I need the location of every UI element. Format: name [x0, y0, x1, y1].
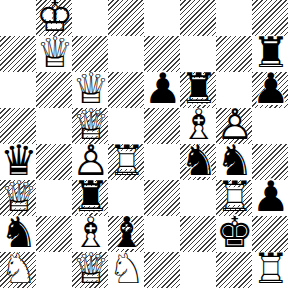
piece-black-pawn: ♟♟: [144, 72, 180, 108]
square-b3[interactable]: [36, 180, 72, 216]
piece-white-bishop: ♝♗: [180, 108, 216, 144]
square-g4[interactable]: ♞♞: [216, 144, 252, 180]
piece-fill-backing: ♞: [214, 141, 257, 182]
piece-white-rook: ♜♖: [252, 252, 288, 288]
white-knight-icon: ♘: [0, 251, 38, 287]
square-h5[interactable]: [252, 108, 288, 144]
black-knight-icon: ♞: [216, 143, 254, 179]
square-a3[interactable]: ♛♕: [0, 180, 36, 216]
white-queen-icon: ♕: [72, 107, 110, 143]
piece-fill-backing: ♜: [252, 251, 288, 287]
piece-fill-backing: ♛: [72, 107, 110, 143]
piece-fill-backing: ♜: [178, 69, 221, 110]
square-f7[interactable]: [180, 36, 216, 72]
square-d5[interactable]: [108, 108, 144, 144]
piece-fill-backing: ♚: [214, 213, 257, 254]
square-f5[interactable]: ♝♗: [180, 108, 216, 144]
piece-fill-backing: ♜: [250, 33, 288, 74]
square-c7[interactable]: [72, 36, 108, 72]
square-b7[interactable]: ♛♕: [36, 36, 72, 72]
piece-white-king: ♚♔: [36, 0, 72, 36]
square-g8[interactable]: [216, 0, 252, 36]
square-a7[interactable]: [0, 36, 36, 72]
piece-black-rook: ♜♜: [72, 180, 108, 216]
square-c1[interactable]: ♛♕: [72, 252, 108, 288]
piece-fill-backing: ♞: [0, 213, 40, 254]
square-e1[interactable]: [144, 252, 180, 288]
square-g2[interactable]: ♚♚: [216, 216, 252, 252]
piece-black-queen: ♛♛: [0, 144, 36, 180]
square-b4[interactable]: [36, 144, 72, 180]
piece-white-queen: ♛♕: [72, 72, 108, 108]
piece-fill-backing: ♛: [72, 71, 110, 107]
piece-fill-backing: ♝: [180, 107, 218, 143]
square-c2[interactable]: ♝♗: [72, 216, 108, 252]
piece-fill-backing: ♜: [216, 179, 254, 215]
square-a8[interactable]: [0, 0, 36, 36]
piece-fill-backing: ♝: [106, 213, 149, 254]
piece-white-knight: ♞♘: [0, 252, 36, 288]
piece-white-bishop: ♝♗: [72, 216, 108, 252]
square-a1[interactable]: ♞♘: [0, 252, 36, 288]
black-pawn-icon: ♟: [144, 71, 182, 107]
white-rook-icon: ♖: [108, 143, 146, 179]
piece-black-pawn: ♟♟: [252, 180, 288, 216]
piece-white-rook: ♜♖: [108, 144, 144, 180]
piece-fill-backing: ♝: [72, 215, 110, 251]
white-king-icon: ♔: [36, 0, 74, 35]
square-g1[interactable]: [216, 252, 252, 288]
piece-fill-backing: ♞: [178, 141, 221, 182]
square-e6[interactable]: ♟♟: [144, 72, 180, 108]
piece-fill-backing: ♛: [0, 179, 38, 215]
piece-fill-backing: ♛: [0, 141, 40, 182]
piece-black-knight: ♞♞: [216, 144, 252, 180]
black-pawn-icon: ♟: [252, 71, 288, 107]
square-e7[interactable]: [144, 36, 180, 72]
black-rook-icon: ♜: [252, 35, 288, 71]
piece-white-queen: ♛♕: [36, 36, 72, 72]
square-c8[interactable]: [72, 0, 108, 36]
piece-black-knight: ♞♞: [0, 216, 36, 252]
square-b1[interactable]: [36, 252, 72, 288]
piece-black-knight: ♞♞: [180, 144, 216, 180]
piece-fill-backing: ♛: [72, 251, 110, 287]
white-pawn-icon: ♙: [216, 107, 254, 143]
square-f1[interactable]: [180, 252, 216, 288]
square-b2[interactable]: [36, 216, 72, 252]
square-f4[interactable]: ♞♞: [180, 144, 216, 180]
square-c3[interactable]: ♜♜: [72, 180, 108, 216]
white-queen-icon: ♕: [36, 35, 74, 71]
square-d1[interactable]: ♞♘: [108, 252, 144, 288]
square-h7[interactable]: ♜♜: [252, 36, 288, 72]
white-queen-icon: ♕: [72, 251, 110, 287]
square-g6[interactable]: [216, 72, 252, 108]
black-rook-icon: ♜: [180, 71, 218, 107]
white-pawn-icon: ♙: [72, 143, 110, 179]
square-c4[interactable]: ♟♙: [72, 144, 108, 180]
piece-black-rook: ♜♜: [252, 36, 288, 72]
square-a2[interactable]: ♞♞: [0, 216, 36, 252]
square-h6[interactable]: ♟♟: [252, 72, 288, 108]
square-a6[interactable]: [0, 72, 36, 108]
piece-fill-backing: ♛: [36, 35, 74, 71]
piece-fill-backing: ♟: [72, 143, 110, 179]
square-b5[interactable]: [36, 108, 72, 144]
black-knight-icon: ♞: [180, 143, 218, 179]
black-knight-icon: ♞: [0, 215, 38, 251]
square-g3[interactable]: ♜♖: [216, 180, 252, 216]
square-e3[interactable]: [144, 180, 180, 216]
square-f2[interactable]: [180, 216, 216, 252]
square-h2[interactable]: [252, 216, 288, 252]
square-f8[interactable]: [180, 0, 216, 36]
square-d2[interactable]: ♝♝: [108, 216, 144, 252]
square-a4[interactable]: ♛♛: [0, 144, 36, 180]
square-g5[interactable]: ♟♙: [216, 108, 252, 144]
square-e8[interactable]: [144, 0, 180, 36]
black-rook-icon: ♜: [72, 179, 110, 215]
piece-white-pawn: ♟♙: [216, 108, 252, 144]
square-f6[interactable]: ♜♜: [180, 72, 216, 108]
piece-fill-backing: ♟: [216, 107, 254, 143]
piece-fill-backing: ♟: [250, 177, 288, 218]
piece-white-queen: ♛♕: [0, 180, 36, 216]
square-d4[interactable]: ♜♖: [108, 144, 144, 180]
square-d3[interactable]: [108, 180, 144, 216]
chess-board: ♚♔♛♕♜♜♛♕♟♟♜♜♟♟♛♕♝♗♟♙♛♛♟♙♜♖♞♞♞♞♛♕♜♜♜♖♟♟♞♞…: [0, 0, 288, 288]
square-e4[interactable]: [144, 144, 180, 180]
square-f3[interactable]: [180, 180, 216, 216]
square-h4[interactable]: [252, 144, 288, 180]
white-bishop-icon: ♗: [72, 215, 110, 251]
piece-white-queen: ♛♕: [72, 108, 108, 144]
piece-fill-backing: ♜: [108, 143, 146, 179]
black-queen-icon: ♛: [0, 143, 38, 179]
square-h1[interactable]: ♜♖: [252, 252, 288, 288]
piece-fill-backing: ♟: [250, 69, 288, 110]
piece-black-bishop: ♝♝: [108, 216, 144, 252]
white-queen-icon: ♕: [72, 71, 110, 107]
piece-fill-backing: ♟: [142, 69, 185, 110]
piece-fill-backing: ♞: [108, 251, 146, 287]
square-h8[interactable]: [252, 0, 288, 36]
square-b6[interactable]: [36, 72, 72, 108]
square-d7[interactable]: [108, 36, 144, 72]
square-g7[interactable]: [216, 36, 252, 72]
piece-fill-backing: ♜: [70, 177, 113, 218]
piece-fill-backing: ♚: [36, 0, 74, 35]
square-c5[interactable]: ♛♕: [72, 108, 108, 144]
white-knight-icon: ♘: [108, 251, 146, 287]
piece-black-rook: ♜♜: [180, 72, 216, 108]
square-a5[interactable]: [0, 108, 36, 144]
piece-black-pawn: ♟♟: [252, 72, 288, 108]
white-rook-icon: ♖: [252, 251, 288, 287]
white-queen-icon: ♕: [0, 179, 38, 215]
piece-fill-backing: ♞: [0, 251, 38, 287]
square-h3[interactable]: ♟♟: [252, 180, 288, 216]
piece-white-knight: ♞♘: [108, 252, 144, 288]
piece-white-pawn: ♟♙: [72, 144, 108, 180]
black-bishop-icon: ♝: [108, 215, 146, 251]
black-king-icon: ♚: [216, 215, 254, 251]
square-e5[interactable]: [144, 108, 180, 144]
white-bishop-icon: ♗: [180, 107, 218, 143]
black-pawn-icon: ♟: [252, 179, 288, 215]
square-b8[interactable]: ♚♔: [36, 0, 72, 36]
white-rook-icon: ♖: [216, 179, 254, 215]
piece-black-king: ♚♚: [216, 216, 252, 252]
piece-white-queen: ♛♕: [72, 252, 108, 288]
square-d8[interactable]: [108, 0, 144, 36]
square-e2[interactable]: [144, 216, 180, 252]
square-c6[interactable]: ♛♕: [72, 72, 108, 108]
piece-white-rook: ♜♖: [216, 180, 252, 216]
square-d6[interactable]: [108, 72, 144, 108]
